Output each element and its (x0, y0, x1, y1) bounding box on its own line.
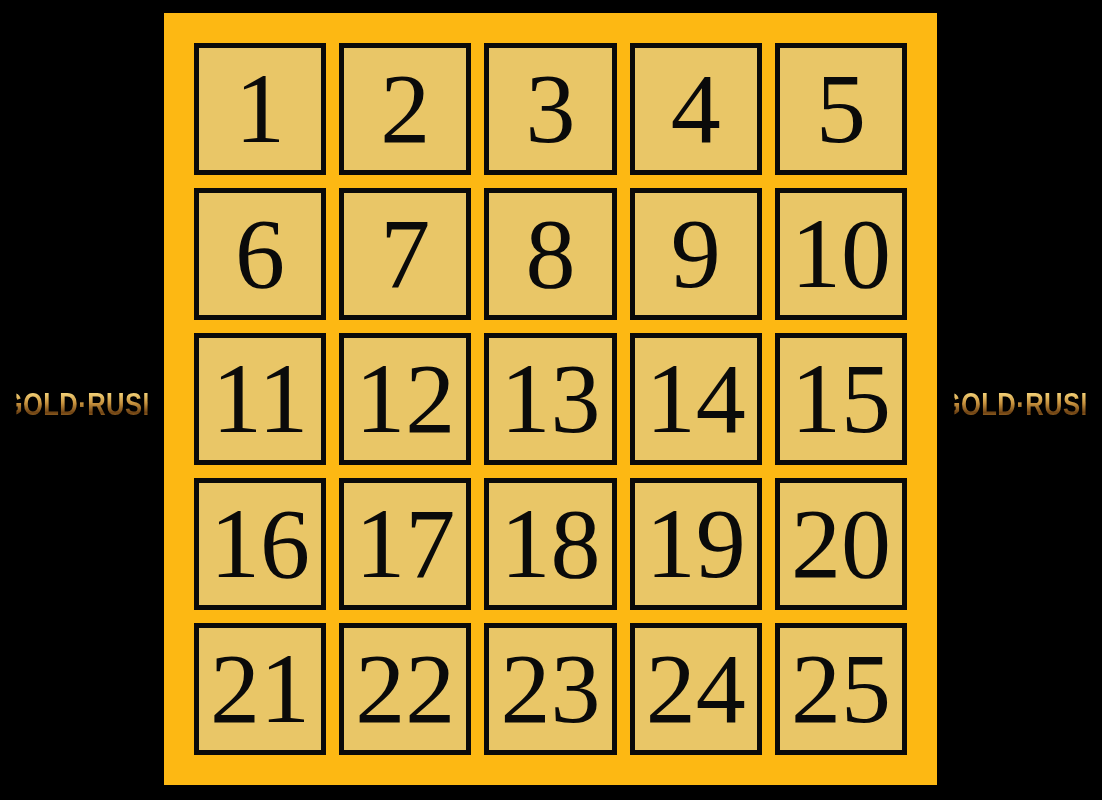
cell-3[interactable]: 3 (484, 43, 616, 175)
cell-20[interactable]: 20 (775, 478, 907, 610)
gold-rush-logo-right: GOLD·RUSH (954, 386, 1085, 422)
cell-4[interactable]: 4 (630, 43, 762, 175)
cell-25[interactable]: 25 (775, 623, 907, 755)
cell-23[interactable]: 23 (484, 623, 616, 755)
cell-13[interactable]: 13 (484, 333, 616, 465)
cell-10[interactable]: 10 (775, 188, 907, 320)
cell-15[interactable]: 15 (775, 333, 907, 465)
cell-22[interactable]: 22 (339, 623, 471, 755)
cell-6[interactable]: 6 (194, 188, 326, 320)
cell-17[interactable]: 17 (339, 478, 471, 610)
cell-1[interactable]: 1 (194, 43, 326, 175)
cell-11[interactable]: 11 (194, 333, 326, 465)
board-grid: 1234567891011121314151617181920212223242… (194, 43, 907, 755)
cell-16[interactable]: 16 (194, 478, 326, 610)
cell-9[interactable]: 9 (630, 188, 762, 320)
cell-24[interactable]: 24 (630, 623, 762, 755)
cell-18[interactable]: 18 (484, 478, 616, 610)
game-board-frame: 1234567891011121314151617181920212223242… (164, 13, 937, 785)
gold-rush-logo-left: GOLD·RUSH (16, 386, 147, 422)
cell-7[interactable]: 7 (339, 188, 471, 320)
cell-12[interactable]: 12 (339, 333, 471, 465)
cell-8[interactable]: 8 (484, 188, 616, 320)
cell-5[interactable]: 5 (775, 43, 907, 175)
cell-21[interactable]: 21 (194, 623, 326, 755)
cell-2[interactable]: 2 (339, 43, 471, 175)
cell-19[interactable]: 19 (630, 478, 762, 610)
stage-background: GOLD·RUSH 123456789101112131415161718192… (0, 0, 1102, 800)
cell-14[interactable]: 14 (630, 333, 762, 465)
